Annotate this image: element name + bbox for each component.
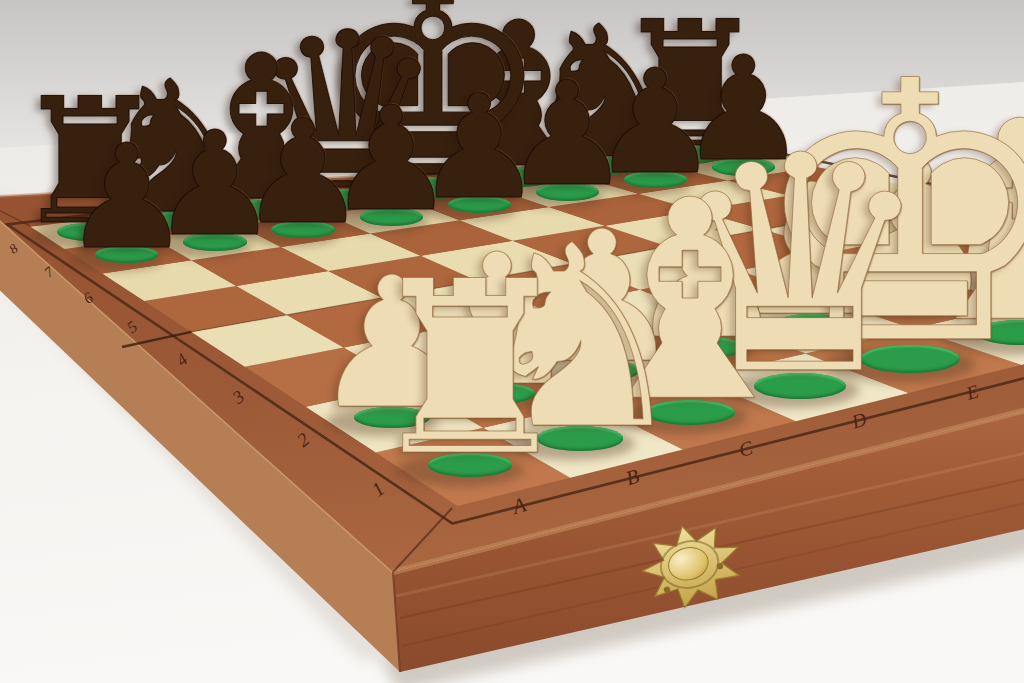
piece-black-pawn[interactable]: ♟ (62, 125, 191, 269)
chess-set-photo: ABCDEFGH12345678 ♜♞♝♛♚♝♞♜♟♟♟♟♟♟♟♟♟♟♟♟♟♟♟… (0, 0, 1024, 683)
piece-white-rook[interactable]: ♜ (363, 250, 578, 489)
